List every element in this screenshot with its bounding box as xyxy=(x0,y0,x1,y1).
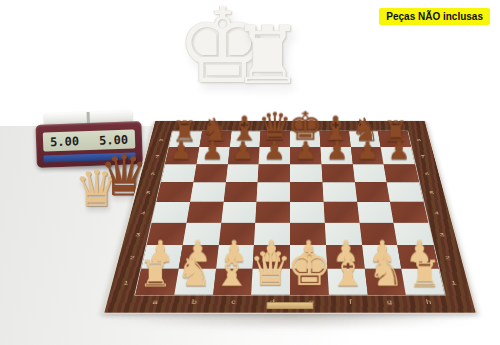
square-g4[interactable] xyxy=(357,202,394,223)
square-a6[interactable] xyxy=(161,164,196,182)
rank-label-4: 4 xyxy=(429,203,445,224)
black-pawn-c7[interactable]: ♟ xyxy=(232,137,254,162)
square-d5[interactable] xyxy=(257,182,290,201)
file-label-f: f xyxy=(331,299,371,308)
board-squares: ♜♞♝♛♚♝♞♜♟♟♟♟♟♟♟♟♟♟♟♟♟♟♟♟♜♞♝♛♚♝♞♜ xyxy=(135,131,444,295)
square-c6[interactable] xyxy=(225,164,258,182)
square-e1[interactable]: ♚ xyxy=(290,269,329,295)
black-pawn-f7[interactable]: ♟ xyxy=(325,137,347,162)
black-pawn-a7[interactable]: ♟ xyxy=(170,137,192,162)
clock-left-time: 5.00 xyxy=(50,134,79,149)
square-e6[interactable] xyxy=(290,164,322,182)
pieces-not-included-badge: Peças NÃO inclusas xyxy=(379,8,490,25)
chessboard-wrapper: ♜♞♝♛♚♝♞♜♟♟♟♟♟♟♟♟♟♟♟♟♟♟♟♟♜♞♝♛♚♝♞♜ abcdefg… xyxy=(102,0,478,314)
rank-label-8: 8 xyxy=(154,132,168,148)
square-g6[interactable] xyxy=(352,164,386,182)
rank-label-5: 5 xyxy=(424,183,440,202)
file-label-b: b xyxy=(174,299,214,308)
square-a4[interactable] xyxy=(152,202,190,223)
file-label-d: d xyxy=(253,299,292,308)
rank-label-6: 6 xyxy=(145,165,160,183)
black-pawn-d7[interactable]: ♟ xyxy=(263,137,285,162)
square-h1[interactable]: ♜ xyxy=(402,269,445,295)
black-pawn-h7[interactable]: ♟ xyxy=(388,137,410,162)
square-e7[interactable]: ♟ xyxy=(290,147,321,164)
square-d1[interactable]: ♛ xyxy=(251,269,290,295)
square-f7[interactable]: ♟ xyxy=(320,147,352,164)
square-h5[interactable] xyxy=(387,182,424,201)
rank-label-3: 3 xyxy=(434,224,451,246)
white-king-e1[interactable]: ♚ xyxy=(287,242,332,292)
square-f1[interactable]: ♝ xyxy=(327,269,367,295)
square-c5[interactable] xyxy=(223,182,257,201)
square-h4[interactable] xyxy=(390,202,428,223)
square-b6[interactable] xyxy=(193,164,227,182)
rank-label-2: 2 xyxy=(439,246,457,270)
black-pawn-g7[interactable]: ♟ xyxy=(357,137,379,162)
square-h6[interactable] xyxy=(384,164,419,182)
square-d4[interactable] xyxy=(255,202,290,223)
square-f4[interactable] xyxy=(323,202,359,223)
square-g1[interactable]: ♞ xyxy=(364,269,406,295)
rank-label-6: 6 xyxy=(420,165,435,183)
square-c7[interactable]: ♟ xyxy=(228,147,260,164)
white-rook-h1[interactable]: ♜ xyxy=(408,255,441,292)
file-label-g: g xyxy=(370,299,410,308)
rank-label-3: 3 xyxy=(129,224,146,246)
rank-label-1: 1 xyxy=(445,270,464,296)
brand-plaque xyxy=(266,302,314,309)
chessboard: ♜♞♝♛♚♝♞♜♟♟♟♟♟♟♟♟♟♟♟♟♟♟♟♟♜♞♝♛♚♝♞♜ abcdefg… xyxy=(102,121,478,314)
square-h7[interactable]: ♟ xyxy=(381,147,415,164)
square-e4[interactable] xyxy=(290,202,325,223)
square-f6[interactable] xyxy=(321,164,354,182)
file-label-a: a xyxy=(135,299,176,308)
square-b7[interactable]: ♟ xyxy=(196,147,229,164)
product-photo-scene: ♚ ♜ 5.00 5.00 ♛ ♛ ♜♞♝♛♚♝♞♜♟♟♟♟♟♟♟♟♟♟♟♟♟♟… xyxy=(0,0,500,345)
square-g5[interactable] xyxy=(355,182,391,201)
black-pawn-b7[interactable]: ♟ xyxy=(201,137,223,162)
rank-label-8: 8 xyxy=(412,132,426,148)
rank-label-7: 7 xyxy=(416,148,430,165)
square-b1[interactable]: ♞ xyxy=(174,269,216,295)
square-b4[interactable] xyxy=(186,202,223,223)
white-knight-b1[interactable]: ♞ xyxy=(175,252,211,293)
square-e5[interactable] xyxy=(290,182,323,201)
square-a5[interactable] xyxy=(157,182,194,201)
black-pawn-e7[interactable]: ♟ xyxy=(294,137,316,162)
white-bishop-f1[interactable]: ♝ xyxy=(329,250,367,293)
square-c4[interactable] xyxy=(221,202,257,223)
square-f5[interactable] xyxy=(322,182,356,201)
white-knight-g1[interactable]: ♞ xyxy=(368,252,404,293)
square-d7[interactable]: ♟ xyxy=(259,147,290,164)
square-a7[interactable]: ♟ xyxy=(165,147,199,164)
rank-label-4: 4 xyxy=(135,203,151,224)
file-label-e: e xyxy=(292,299,331,308)
file-label-c: c xyxy=(213,299,253,308)
white-bishop-c1[interactable]: ♝ xyxy=(213,250,251,293)
rank-label-1: 1 xyxy=(117,270,136,296)
file-label-h: h xyxy=(409,299,450,308)
white-rook-a1[interactable]: ♜ xyxy=(139,255,172,292)
square-d6[interactable] xyxy=(258,164,290,182)
square-a1[interactable]: ♜ xyxy=(135,269,178,295)
file-coordinates: abcdefgh xyxy=(135,299,450,308)
rank-label-5: 5 xyxy=(140,183,156,202)
square-g7[interactable]: ♟ xyxy=(351,147,384,164)
square-c1[interactable]: ♝ xyxy=(213,269,253,295)
square-b5[interactable] xyxy=(190,182,226,201)
rank-label-7: 7 xyxy=(150,148,164,165)
